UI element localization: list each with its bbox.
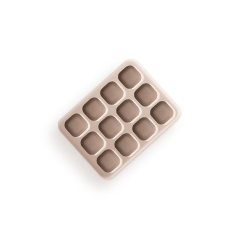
pan-cavity-floor	[84, 99, 104, 119]
pan-cavity-floor	[136, 85, 156, 105]
pan-cavity-floor	[120, 67, 140, 87]
pan-cavity-floor	[98, 151, 118, 171]
product-photo-canvas	[0, 0, 230, 230]
pan-cavity-floor	[152, 103, 172, 123]
pan-cavity-floor	[102, 83, 122, 103]
pan-cavity-floor	[66, 115, 86, 135]
pan-cavity-floor	[82, 133, 102, 153]
pan-cavity-floor	[134, 119, 154, 139]
pan-cavity-floor	[118, 101, 138, 121]
pan-cavity-floor	[116, 135, 136, 155]
pan-cavity-floor	[100, 117, 120, 137]
